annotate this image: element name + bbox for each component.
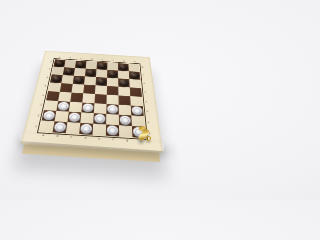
- piece-white: [120, 116, 131, 125]
- square-f2: [106, 114, 119, 125]
- piece-black: [76, 61, 85, 68]
- square-f1: [106, 124, 119, 136]
- coord-label: 1: [35, 126, 37, 129]
- square-e2: [93, 113, 106, 124]
- board-wooden-frame: abcdefgh abcdefgh 87654321 87654321: [31, 56, 153, 145]
- coord-label: 2: [147, 121, 149, 124]
- piece-black: [130, 72, 139, 79]
- square-g1: [119, 125, 133, 137]
- piece-white: [83, 103, 94, 112]
- coord-label: 6: [143, 83, 145, 85]
- piece-black: [64, 68, 74, 75]
- piece-white: [107, 125, 118, 135]
- board-frame-line: [37, 58, 148, 140]
- coord-label: 3: [146, 111, 148, 113]
- piece-white: [80, 124, 92, 134]
- coord-label: 3: [40, 104, 42, 106]
- coord-label: 7: [143, 74, 145, 76]
- piece-white: [94, 114, 105, 123]
- piece-black: [98, 63, 107, 70]
- coord-label: 8: [142, 67, 144, 69]
- coord-label: 2: [37, 115, 39, 118]
- square-d2: [80, 112, 94, 123]
- square-g2: [119, 115, 132, 126]
- piece-black: [108, 71, 117, 78]
- square-e1: [93, 124, 107, 136]
- piece-white: [43, 111, 55, 120]
- piece-black: [86, 69, 95, 76]
- coord-label: 5: [144, 91, 146, 93]
- piece-white: [132, 106, 143, 115]
- square-c2: [67, 112, 81, 123]
- product-photo-scene: abcdefgh abcdefgh 87654321 87654321: [0, 0, 200, 200]
- piece-white: [69, 113, 80, 122]
- piece-black: [55, 60, 65, 67]
- piece-black: [97, 78, 107, 85]
- piece-white: [54, 122, 66, 132]
- piece-black: [119, 79, 128, 86]
- piece-black: [119, 64, 128, 71]
- board-grid: [39, 59, 146, 138]
- brass-clasp: [137, 125, 155, 145]
- piece-black: [74, 76, 84, 83]
- piece-white: [58, 102, 69, 111]
- coord-label: 4: [145, 101, 147, 103]
- square-c1: [66, 122, 80, 134]
- piece-white: [107, 105, 117, 114]
- piece-black: [51, 75, 62, 82]
- square-d1: [79, 123, 93, 135]
